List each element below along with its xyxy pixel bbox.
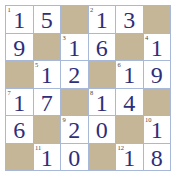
crossnumber-board: 115213931641512619717814692010111101218 — [5, 5, 171, 171]
cell-digit: 0 — [89, 116, 116, 143]
cell-digit: 4 — [116, 89, 143, 116]
blocked-cell — [6, 61, 33, 88]
blocked-cell — [61, 89, 88, 116]
cell-digit: 5 — [34, 6, 61, 33]
cell-digit: 1 — [89, 89, 116, 116]
cell-r3c6[interactable]: 9 — [144, 61, 171, 88]
cell-digit: 1 — [6, 89, 33, 116]
blocked-cell — [144, 6, 171, 33]
cell-digit: 1 — [61, 34, 88, 61]
cell-r6c5[interactable]: 121 — [116, 144, 143, 171]
cell-r4c1[interactable]: 71 — [6, 89, 33, 116]
cell-digit: 1 — [144, 34, 171, 61]
cell-r3c3[interactable]: 2 — [61, 61, 88, 88]
cell-digit: 1 — [144, 116, 171, 143]
cell-r6c3[interactable]: 0 — [61, 144, 88, 171]
cell-digit: 8 — [144, 144, 171, 171]
cell-r4c4[interactable]: 81 — [89, 89, 116, 116]
cell-r2c3[interactable]: 31 — [61, 34, 88, 61]
cell-r3c5[interactable]: 61 — [116, 61, 143, 88]
blocked-cell — [34, 34, 61, 61]
cell-digit: 1 — [116, 144, 143, 171]
blocked-cell — [144, 89, 171, 116]
cell-r2c4[interactable]: 6 — [89, 34, 116, 61]
blocked-cell — [116, 34, 143, 61]
cell-digit: 1 — [6, 6, 33, 33]
blocked-cell — [61, 6, 88, 33]
blocked-cell — [34, 116, 61, 143]
cell-r5c4[interactable]: 0 — [89, 116, 116, 143]
cell-digit: 1 — [116, 61, 143, 88]
cell-digit: 7 — [34, 89, 61, 116]
cell-r3c2[interactable]: 51 — [34, 61, 61, 88]
cell-r4c5[interactable]: 4 — [116, 89, 143, 116]
cell-r6c6[interactable]: 8 — [144, 144, 171, 171]
cell-r5c1[interactable]: 6 — [6, 116, 33, 143]
cell-digit: 9 — [144, 61, 171, 88]
cell-r6c2[interactable]: 111 — [34, 144, 61, 171]
cell-digit: 9 — [6, 34, 33, 61]
cell-digit: 6 — [6, 116, 33, 143]
cell-r5c3[interactable]: 92 — [61, 116, 88, 143]
cell-r2c6[interactable]: 41 — [144, 34, 171, 61]
cell-r1c1[interactable]: 11 — [6, 6, 33, 33]
blocked-cell — [89, 144, 116, 171]
cell-digit: 1 — [34, 61, 61, 88]
cell-digit: 2 — [61, 116, 88, 143]
blocked-cell — [116, 116, 143, 143]
blocked-cell — [6, 144, 33, 171]
cell-r1c4[interactable]: 21 — [89, 6, 116, 33]
cell-r4c2[interactable]: 7 — [34, 89, 61, 116]
cell-digit: 1 — [89, 6, 116, 33]
cell-digit: 6 — [89, 34, 116, 61]
cell-digit: 3 — [116, 6, 143, 33]
cell-digit: 1 — [34, 144, 61, 171]
cell-r5c6[interactable]: 101 — [144, 116, 171, 143]
cell-r1c2[interactable]: 5 — [34, 6, 61, 33]
cell-digit: 2 — [61, 61, 88, 88]
blocked-cell — [89, 61, 116, 88]
cell-digit: 0 — [61, 144, 88, 171]
cell-r2c1[interactable]: 9 — [6, 34, 33, 61]
cell-r1c5[interactable]: 3 — [116, 6, 143, 33]
